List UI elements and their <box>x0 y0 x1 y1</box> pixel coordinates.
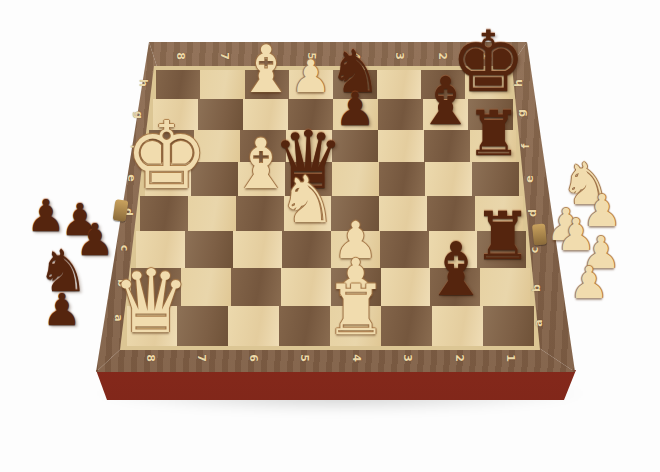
chess-set-photo: 8765432187654321hgfedcbahgfedcba ♛♚♝♝♞♛♟… <box>0 0 660 472</box>
captured-white-pawn[interactable]: ♟ <box>582 189 621 233</box>
captured-white-pawn[interactable]: ♟ <box>569 261 608 305</box>
captured-white-pawn[interactable]: ♟ <box>556 213 595 257</box>
captured-black-pawn[interactable]: ♟ <box>26 194 65 238</box>
captured-black-pawn[interactable]: ♟ <box>60 198 99 242</box>
captured-black-pawn[interactable]: ♟ <box>75 218 114 262</box>
captured-black-pawn[interactable]: ♟ <box>42 288 81 332</box>
captured-white-knight[interactable]: ♞ <box>560 155 612 213</box>
box-clasp-right <box>532 223 547 245</box>
captured-black-knight[interactable]: ♞ <box>37 242 89 300</box>
captured-white-pawn[interactable]: ♟ <box>581 231 620 275</box>
